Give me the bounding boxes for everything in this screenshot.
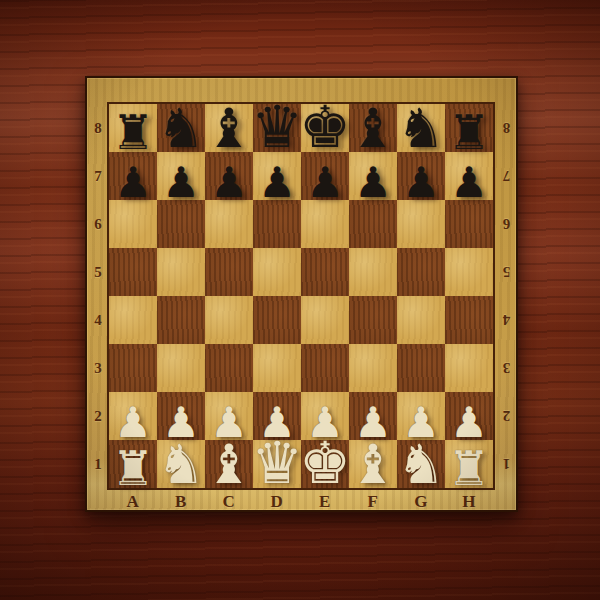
white-rook-icon: ♜: [111, 444, 154, 492]
rank-label-right-3: 3: [493, 344, 520, 392]
white-pawn-icon: ♟: [450, 402, 488, 444]
black-knight-icon: ♞: [157, 102, 205, 156]
piece-black-pawn-e7[interactable]: ♟: [301, 152, 349, 200]
white-pawn-icon: ♟: [114, 402, 152, 444]
piece-black-pawn-b7[interactable]: ♟: [157, 152, 205, 200]
black-bishop-icon: ♝: [349, 102, 397, 156]
black-pawn-icon: ♟: [210, 162, 248, 204]
black-pawn-icon: ♟: [450, 162, 488, 204]
piece-black-bishop-f8[interactable]: ♝: [349, 104, 397, 152]
white-queen-icon: ♛: [251, 434, 303, 492]
white-bishop-icon: ♝: [349, 438, 397, 492]
rank-label-right-2: 2: [493, 392, 520, 440]
piece-black-rook-a8[interactable]: ♜: [109, 104, 157, 152]
piece-black-pawn-f7[interactable]: ♟: [349, 152, 397, 200]
piece-white-rook-a1[interactable]: ♜: [109, 440, 157, 488]
piece-white-pawn-h2[interactable]: ♟: [445, 392, 493, 440]
rank-label-left-8: 8: [87, 104, 109, 152]
black-pawn-icon: ♟: [306, 162, 344, 204]
black-knight-icon: ♞: [397, 102, 445, 156]
rank-label-left-6: 6: [87, 200, 109, 248]
white-knight-icon: ♞: [157, 438, 205, 492]
wooden-table-background: { "game": "chess", "scene": "Overhead vi…: [0, 0, 600, 600]
piece-white-king-e1[interactable]: ♚: [301, 440, 349, 488]
rank-label-left-7: 7: [87, 152, 109, 200]
chess-board: ♜♞♝♛♚♝♞♜♟♟♟♟♟♟♟♟♟♟♟♟♟♟♟♟♜♞♝♛♚♝♞♜ 8765432…: [85, 76, 518, 512]
black-pawn-icon: ♟: [402, 162, 440, 204]
black-pawn-icon: ♟: [114, 162, 152, 204]
piece-black-queen-d8[interactable]: ♛: [253, 104, 301, 152]
piece-black-pawn-d7[interactable]: ♟: [253, 152, 301, 200]
piece-black-king-e8[interactable]: ♚: [301, 104, 349, 152]
rank-label-right-8: 8: [493, 104, 520, 152]
black-pawn-icon: ♟: [162, 162, 200, 204]
black-bishop-icon: ♝: [205, 102, 253, 156]
white-king-icon: ♚: [299, 434, 351, 492]
piece-black-pawn-h7[interactable]: ♟: [445, 152, 493, 200]
piece-white-knight-g1[interactable]: ♞: [397, 440, 445, 488]
rank-label-right-6: 6: [493, 200, 520, 248]
piece-white-bishop-c1[interactable]: ♝: [205, 440, 253, 488]
rank-label-left-5: 5: [87, 248, 109, 296]
piece-black-pawn-c7[interactable]: ♟: [205, 152, 253, 200]
white-bishop-icon: ♝: [205, 438, 253, 492]
rank-label-left-2: 2: [87, 392, 109, 440]
black-king-icon: ♚: [299, 98, 351, 156]
piece-white-pawn-a2[interactable]: ♟: [109, 392, 157, 440]
rank-label-left-3: 3: [87, 344, 109, 392]
rank-label-right-5: 5: [493, 248, 520, 296]
piece-black-pawn-a7[interactable]: ♟: [109, 152, 157, 200]
black-pawn-icon: ♟: [354, 162, 392, 204]
piece-black-bishop-c8[interactable]: ♝: [205, 104, 253, 152]
rank-label-right-1: 1: [493, 440, 520, 488]
piece-black-knight-g8[interactable]: ♞: [397, 104, 445, 152]
piece-black-rook-h8[interactable]: ♜: [445, 104, 493, 152]
black-queen-icon: ♛: [251, 98, 303, 156]
white-knight-icon: ♞: [397, 438, 445, 492]
piece-white-queen-d1[interactable]: ♛: [253, 440, 301, 488]
piece-black-knight-b8[interactable]: ♞: [157, 104, 205, 152]
white-rook-icon: ♜: [447, 444, 490, 492]
black-pawn-icon: ♟: [258, 162, 296, 204]
rank-label-right-4: 4: [493, 296, 520, 344]
piece-black-pawn-g7[interactable]: ♟: [397, 152, 445, 200]
piece-white-bishop-f1[interactable]: ♝: [349, 440, 397, 488]
rank-label-left-1: 1: [87, 440, 109, 488]
piece-white-rook-h1[interactable]: ♜: [445, 440, 493, 488]
rank-label-left-4: 4: [87, 296, 109, 344]
black-rook-icon: ♜: [111, 108, 154, 156]
pieces-layer: ♜♞♝♛♚♝♞♜♟♟♟♟♟♟♟♟♟♟♟♟♟♟♟♟♜♞♝♛♚♝♞♜: [109, 104, 493, 488]
rank-label-right-7: 7: [493, 152, 520, 200]
black-rook-icon: ♜: [447, 108, 490, 156]
piece-white-knight-b1[interactable]: ♞: [157, 440, 205, 488]
